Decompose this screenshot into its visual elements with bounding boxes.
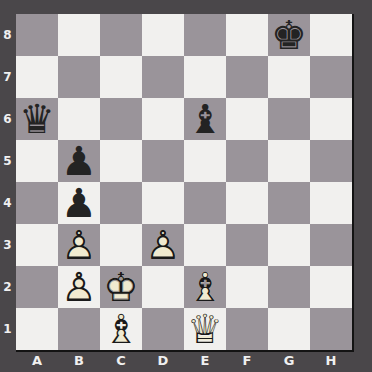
square-d8[interactable] <box>142 14 184 56</box>
square-h3[interactable] <box>310 224 352 266</box>
square-b8[interactable] <box>58 14 100 56</box>
black-pawn[interactable]: ♟ <box>58 140 100 182</box>
chess-board: ♚♛♝♟♟♟♙♟♙♟♙♚♔♝♗♝♗♛♕ <box>16 14 354 352</box>
square-d6[interactable] <box>142 98 184 140</box>
square-d1[interactable] <box>142 308 184 350</box>
file-label-g: G <box>268 352 310 370</box>
rank-label-8: 8 <box>0 14 15 56</box>
file-label-f: F <box>226 352 268 370</box>
square-b3[interactable]: ♟♙ <box>58 224 100 266</box>
square-e8[interactable] <box>184 14 226 56</box>
file-label-b: B <box>58 352 100 370</box>
square-h6[interactable] <box>310 98 352 140</box>
black-bishop[interactable]: ♝ <box>184 98 226 140</box>
white-pawn[interactable]: ♟♙ <box>142 224 184 266</box>
rank-label-3: 3 <box>0 224 15 266</box>
square-g5[interactable] <box>268 140 310 182</box>
square-d5[interactable] <box>142 140 184 182</box>
square-c6[interactable] <box>100 98 142 140</box>
rank-label-6: 6 <box>0 98 15 140</box>
rank-label-5: 5 <box>0 140 15 182</box>
square-h7[interactable] <box>310 56 352 98</box>
square-c2[interactable]: ♚♔ <box>100 266 142 308</box>
square-b2[interactable]: ♟♙ <box>58 266 100 308</box>
rank-label-4: 4 <box>0 182 15 224</box>
square-h5[interactable] <box>310 140 352 182</box>
square-g2[interactable] <box>268 266 310 308</box>
square-a5[interactable] <box>16 140 58 182</box>
file-label-e: E <box>184 352 226 370</box>
square-g4[interactable] <box>268 182 310 224</box>
square-f4[interactable] <box>226 182 268 224</box>
square-a2[interactable] <box>16 266 58 308</box>
square-e1[interactable]: ♛♕ <box>184 308 226 350</box>
square-d4[interactable] <box>142 182 184 224</box>
square-a1[interactable] <box>16 308 58 350</box>
file-label-c: C <box>100 352 142 370</box>
square-e6[interactable]: ♝ <box>184 98 226 140</box>
square-c7[interactable] <box>100 56 142 98</box>
white-bishop[interactable]: ♝♗ <box>100 308 142 350</box>
square-f5[interactable] <box>226 140 268 182</box>
square-h4[interactable] <box>310 182 352 224</box>
white-queen[interactable]: ♛♕ <box>184 308 226 350</box>
square-a7[interactable] <box>16 56 58 98</box>
square-f3[interactable] <box>226 224 268 266</box>
square-f1[interactable] <box>226 308 268 350</box>
rank-label-2: 2 <box>0 266 15 308</box>
square-f2[interactable] <box>226 266 268 308</box>
square-h1[interactable] <box>310 308 352 350</box>
square-a4[interactable] <box>16 182 58 224</box>
black-pawn[interactable]: ♟ <box>58 182 100 224</box>
white-pawn[interactable]: ♟♙ <box>58 224 100 266</box>
square-c8[interactable] <box>100 14 142 56</box>
square-g1[interactable] <box>268 308 310 350</box>
square-c3[interactable] <box>100 224 142 266</box>
square-e5[interactable] <box>184 140 226 182</box>
square-f8[interactable] <box>226 14 268 56</box>
square-g3[interactable] <box>268 224 310 266</box>
square-e3[interactable] <box>184 224 226 266</box>
square-e4[interactable] <box>184 182 226 224</box>
square-b1[interactable] <box>58 308 100 350</box>
square-a3[interactable] <box>16 224 58 266</box>
rank-label-1: 1 <box>0 308 15 350</box>
square-d3[interactable]: ♟♙ <box>142 224 184 266</box>
black-queen[interactable]: ♛ <box>16 98 58 140</box>
square-g8[interactable]: ♚ <box>268 14 310 56</box>
square-f7[interactable] <box>226 56 268 98</box>
square-d7[interactable] <box>142 56 184 98</box>
square-e2[interactable]: ♝♗ <box>184 266 226 308</box>
file-label-d: D <box>142 352 184 370</box>
square-b4[interactable]: ♟ <box>58 182 100 224</box>
square-g7[interactable] <box>268 56 310 98</box>
square-g6[interactable] <box>268 98 310 140</box>
square-b7[interactable] <box>58 56 100 98</box>
white-pawn[interactable]: ♟♙ <box>58 266 100 308</box>
file-label-h: H <box>310 352 352 370</box>
square-b6[interactable] <box>58 98 100 140</box>
square-c5[interactable] <box>100 140 142 182</box>
square-a8[interactable] <box>16 14 58 56</box>
chess-diagram: 87654321 ♚♛♝♟♟♟♙♟♙♟♙♚♔♝♗♝♗♛♕ ABCDEFGH <box>0 0 372 372</box>
white-bishop[interactable]: ♝♗ <box>184 266 226 308</box>
square-c1[interactable]: ♝♗ <box>100 308 142 350</box>
square-h8[interactable] <box>310 14 352 56</box>
square-h2[interactable] <box>310 266 352 308</box>
file-label-a: A <box>16 352 58 370</box>
square-c4[interactable] <box>100 182 142 224</box>
white-king[interactable]: ♚♔ <box>100 266 142 308</box>
square-d2[interactable] <box>142 266 184 308</box>
rank-label-7: 7 <box>0 56 15 98</box>
black-king[interactable]: ♚ <box>268 14 310 56</box>
square-f6[interactable] <box>226 98 268 140</box>
square-a6[interactable]: ♛ <box>16 98 58 140</box>
square-e7[interactable] <box>184 56 226 98</box>
square-b5[interactable]: ♟ <box>58 140 100 182</box>
